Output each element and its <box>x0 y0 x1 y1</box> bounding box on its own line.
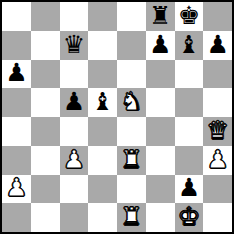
black-king-piece-g8: ♚ <box>178 3 200 28</box>
square-g4[interactable] <box>175 117 204 146</box>
square-d1[interactable] <box>88 203 117 232</box>
square-b8[interactable] <box>31 2 60 31</box>
square-d8[interactable] <box>88 2 117 31</box>
square-b2[interactable] <box>31 175 60 204</box>
square-f6[interactable] <box>146 60 175 89</box>
square-b6[interactable] <box>31 60 60 89</box>
square-a1[interactable] <box>2 203 31 232</box>
black-pawn-piece-h7: ♟ <box>206 32 228 57</box>
square-a2[interactable]: ♟ <box>2 175 31 204</box>
square-d4[interactable] <box>88 117 117 146</box>
black-pawn-piece-f7: ♟ <box>149 32 171 57</box>
square-h8[interactable] <box>203 2 232 31</box>
square-h1[interactable] <box>203 203 232 232</box>
white-pawn-piece-c3: ♟ <box>63 147 85 172</box>
square-g6[interactable] <box>175 60 204 89</box>
square-f2[interactable] <box>146 175 175 204</box>
square-f5[interactable] <box>146 88 175 117</box>
square-f8[interactable]: ♜ <box>146 2 175 31</box>
white-pawn-piece-a2: ♟ <box>5 175 27 200</box>
square-d3[interactable] <box>88 146 117 175</box>
square-a8[interactable] <box>2 2 31 31</box>
square-f4[interactable] <box>146 117 175 146</box>
square-g8[interactable]: ♚ <box>175 2 204 31</box>
white-queen-piece-h4: ♛ <box>206 118 228 143</box>
square-b7[interactable] <box>31 31 60 60</box>
black-rook-piece-f8: ♜ <box>149 3 171 28</box>
square-d5[interactable]: ♝ <box>88 88 117 117</box>
square-c7[interactable]: ♛ <box>60 31 89 60</box>
square-d7[interactable] <box>88 31 117 60</box>
white-rook-piece-e3: ♜ <box>120 147 142 172</box>
square-g2[interactable]: ♟ <box>175 175 204 204</box>
square-b4[interactable] <box>31 117 60 146</box>
square-e6[interactable] <box>117 60 146 89</box>
square-c4[interactable] <box>60 117 89 146</box>
square-h4[interactable]: ♛ <box>203 117 232 146</box>
square-h2[interactable] <box>203 175 232 204</box>
square-e2[interactable] <box>117 175 146 204</box>
square-h5[interactable] <box>203 88 232 117</box>
square-e7[interactable] <box>117 31 146 60</box>
square-e3[interactable]: ♜ <box>117 146 146 175</box>
square-d6[interactable] <box>88 60 117 89</box>
square-h3[interactable]: ♟ <box>203 146 232 175</box>
square-d2[interactable] <box>88 175 117 204</box>
square-c5[interactable]: ♟ <box>60 88 89 117</box>
black-pawn-piece-c5: ♟ <box>63 89 85 114</box>
white-knight-piece-e5: ♞ <box>120 89 142 114</box>
square-c6[interactable] <box>60 60 89 89</box>
black-pawn-piece-g2: ♟ <box>178 175 200 200</box>
square-f3[interactable] <box>146 146 175 175</box>
square-e8[interactable] <box>117 2 146 31</box>
square-f1[interactable] <box>146 203 175 232</box>
square-a7[interactable] <box>2 31 31 60</box>
white-king-piece-g1: ♚ <box>178 204 200 229</box>
white-rook-piece-e1: ♜ <box>120 204 142 229</box>
square-h6[interactable] <box>203 60 232 89</box>
square-g1[interactable]: ♚ <box>175 203 204 232</box>
black-pawn-piece-a6: ♟ <box>5 60 27 85</box>
square-h7[interactable]: ♟ <box>203 31 232 60</box>
square-c8[interactable] <box>60 2 89 31</box>
square-f7[interactable]: ♟ <box>146 31 175 60</box>
square-g5[interactable] <box>175 88 204 117</box>
black-bishop-piece-d5: ♝ <box>91 89 113 114</box>
square-e4[interactable] <box>117 117 146 146</box>
square-c2[interactable] <box>60 175 89 204</box>
square-g3[interactable] <box>175 146 204 175</box>
square-b3[interactable] <box>31 146 60 175</box>
square-e1[interactable]: ♜ <box>117 203 146 232</box>
white-pawn-piece-h3: ♟ <box>206 147 228 172</box>
square-e5[interactable]: ♞ <box>117 88 146 117</box>
square-a6[interactable]: ♟ <box>2 60 31 89</box>
square-c1[interactable] <box>60 203 89 232</box>
square-b1[interactable] <box>31 203 60 232</box>
black-bishop-piece-g7: ♝ <box>178 32 200 57</box>
square-a4[interactable] <box>2 117 31 146</box>
square-c3[interactable]: ♟ <box>60 146 89 175</box>
chess-board: ♜♚♛♟♝♟♟♟♝♞♛♟♜♟♟♟♜♚ <box>0 0 234 234</box>
square-b5[interactable] <box>31 88 60 117</box>
square-g7[interactable]: ♝ <box>175 31 204 60</box>
square-a5[interactable] <box>2 88 31 117</box>
square-a3[interactable] <box>2 146 31 175</box>
black-queen-piece-c7: ♛ <box>63 32 85 57</box>
